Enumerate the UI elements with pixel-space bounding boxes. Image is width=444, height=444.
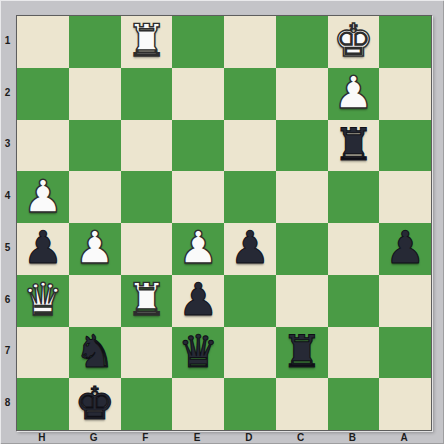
black-queen[interactable]: ♛ bbox=[178, 329, 218, 374]
rank-label-1: 1 bbox=[0, 36, 15, 46]
square-b1[interactable]: ♚ bbox=[328, 16, 380, 68]
square-h1[interactable] bbox=[17, 16, 69, 68]
square-c7[interactable]: ♜ bbox=[276, 327, 328, 379]
rank-label-8: 8 bbox=[0, 398, 15, 408]
square-a4[interactable] bbox=[379, 171, 431, 223]
square-h6[interactable]: ♛ bbox=[17, 275, 69, 327]
square-e2[interactable] bbox=[172, 68, 224, 120]
square-e4[interactable] bbox=[172, 171, 224, 223]
square-d3[interactable] bbox=[224, 120, 276, 172]
square-c1[interactable] bbox=[276, 16, 328, 68]
square-g6[interactable] bbox=[69, 275, 121, 327]
square-b2[interactable]: ♟ bbox=[328, 68, 380, 120]
square-g7[interactable]: ♞ bbox=[69, 327, 121, 379]
square-d5[interactable]: ♟ bbox=[224, 223, 276, 275]
white-pawn[interactable]: ♟ bbox=[74, 225, 114, 270]
square-b8[interactable] bbox=[328, 378, 380, 430]
file-label-b: B bbox=[342, 433, 362, 443]
white-king[interactable]: ♚ bbox=[333, 18, 373, 63]
square-g4[interactable] bbox=[69, 171, 121, 223]
black-rook[interactable]: ♜ bbox=[333, 122, 373, 167]
square-d7[interactable] bbox=[224, 327, 276, 379]
file-label-a: A bbox=[394, 433, 414, 443]
square-g2[interactable] bbox=[69, 68, 121, 120]
chessboard-widget: ♜♚♟♜♟♟♟♟♟♟♛♜♟♞♛♜♚ 12345678HGFEDCBA bbox=[0, 0, 444, 444]
square-b5[interactable] bbox=[328, 223, 380, 275]
square-f3[interactable] bbox=[121, 120, 173, 172]
black-knight[interactable]: ♞ bbox=[74, 329, 114, 374]
black-pawn[interactable]: ♟ bbox=[178, 277, 218, 322]
square-f4[interactable] bbox=[121, 171, 173, 223]
black-pawn[interactable]: ♟ bbox=[230, 225, 270, 270]
square-f7[interactable] bbox=[121, 327, 173, 379]
square-f6[interactable]: ♜ bbox=[121, 275, 173, 327]
file-label-h: H bbox=[32, 433, 52, 443]
file-label-c: C bbox=[291, 433, 311, 443]
square-f5[interactable] bbox=[121, 223, 173, 275]
black-pawn[interactable]: ♟ bbox=[23, 225, 63, 270]
square-h4[interactable]: ♟ bbox=[17, 171, 69, 223]
square-d4[interactable] bbox=[224, 171, 276, 223]
square-b7[interactable] bbox=[328, 327, 380, 379]
file-label-e: E bbox=[187, 433, 207, 443]
square-h7[interactable] bbox=[17, 327, 69, 379]
square-a2[interactable] bbox=[379, 68, 431, 120]
square-b4[interactable] bbox=[328, 171, 380, 223]
square-c5[interactable] bbox=[276, 223, 328, 275]
square-a6[interactable] bbox=[379, 275, 431, 327]
square-a3[interactable] bbox=[379, 120, 431, 172]
square-f1[interactable]: ♜ bbox=[121, 16, 173, 68]
square-b3[interactable]: ♜ bbox=[328, 120, 380, 172]
black-rook[interactable]: ♜ bbox=[281, 329, 321, 374]
square-h5[interactable]: ♟ bbox=[17, 223, 69, 275]
square-h8[interactable] bbox=[17, 378, 69, 430]
square-c2[interactable] bbox=[276, 68, 328, 120]
square-e3[interactable] bbox=[172, 120, 224, 172]
square-e7[interactable]: ♛ bbox=[172, 327, 224, 379]
chess-board: ♜♚♟♜♟♟♟♟♟♟♛♜♟♞♛♜♚ bbox=[16, 15, 432, 431]
white-pawn[interactable]: ♟ bbox=[23, 174, 63, 219]
square-d6[interactable] bbox=[224, 275, 276, 327]
square-g5[interactable]: ♟ bbox=[69, 223, 121, 275]
file-label-g: G bbox=[84, 433, 104, 443]
rank-label-5: 5 bbox=[0, 243, 15, 253]
square-c6[interactable] bbox=[276, 275, 328, 327]
square-f2[interactable] bbox=[121, 68, 173, 120]
square-f8[interactable] bbox=[121, 378, 173, 430]
square-d2[interactable] bbox=[224, 68, 276, 120]
square-b6[interactable] bbox=[328, 275, 380, 327]
rank-label-7: 7 bbox=[0, 346, 15, 356]
file-label-f: F bbox=[135, 433, 155, 443]
square-a5[interactable]: ♟ bbox=[379, 223, 431, 275]
square-d8[interactable] bbox=[224, 378, 276, 430]
white-rook[interactable]: ♜ bbox=[126, 277, 166, 322]
white-rook[interactable]: ♜ bbox=[126, 18, 166, 63]
rank-label-4: 4 bbox=[0, 191, 15, 201]
black-pawn[interactable]: ♟ bbox=[385, 225, 425, 270]
square-c4[interactable] bbox=[276, 171, 328, 223]
rank-label-2: 2 bbox=[0, 88, 15, 98]
white-pawn[interactable]: ♟ bbox=[333, 70, 373, 115]
square-a1[interactable] bbox=[379, 16, 431, 68]
square-h2[interactable] bbox=[17, 68, 69, 120]
white-pawn[interactable]: ♟ bbox=[178, 225, 218, 270]
square-a8[interactable] bbox=[379, 378, 431, 430]
square-a7[interactable] bbox=[379, 327, 431, 379]
square-e6[interactable]: ♟ bbox=[172, 275, 224, 327]
square-h3[interactable] bbox=[17, 120, 69, 172]
square-e8[interactable] bbox=[172, 378, 224, 430]
black-king[interactable]: ♚ bbox=[74, 381, 114, 426]
square-c8[interactable] bbox=[276, 378, 328, 430]
square-c3[interactable] bbox=[276, 120, 328, 172]
rank-label-6: 6 bbox=[0, 295, 15, 305]
file-label-d: D bbox=[239, 433, 259, 443]
white-queen[interactable]: ♛ bbox=[23, 277, 63, 322]
square-g8[interactable]: ♚ bbox=[69, 378, 121, 430]
rank-label-3: 3 bbox=[0, 139, 15, 149]
square-g1[interactable] bbox=[69, 16, 121, 68]
square-e5[interactable]: ♟ bbox=[172, 223, 224, 275]
square-g3[interactable] bbox=[69, 120, 121, 172]
square-d1[interactable] bbox=[224, 16, 276, 68]
square-e1[interactable] bbox=[172, 16, 224, 68]
